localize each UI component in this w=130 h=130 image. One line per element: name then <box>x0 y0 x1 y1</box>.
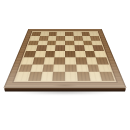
chess-board <box>3 29 126 88</box>
square-d2 <box>53 64 65 72</box>
maker-logo-icon <box>53 83 77 87</box>
square-h2 <box>98 64 112 72</box>
square-d3 <box>54 57 65 64</box>
square-c3 <box>43 57 55 64</box>
square-e1 <box>65 72 77 81</box>
square-e2 <box>65 64 77 72</box>
square-c1 <box>40 72 53 81</box>
square-h1 <box>100 72 115 81</box>
photo-background <box>0 0 130 130</box>
drop-shadow <box>8 91 122 96</box>
square-c2 <box>42 64 54 72</box>
square-h3 <box>96 57 109 64</box>
board-grid <box>14 31 117 82</box>
square-e3 <box>65 57 76 64</box>
square-d1 <box>53 72 65 81</box>
